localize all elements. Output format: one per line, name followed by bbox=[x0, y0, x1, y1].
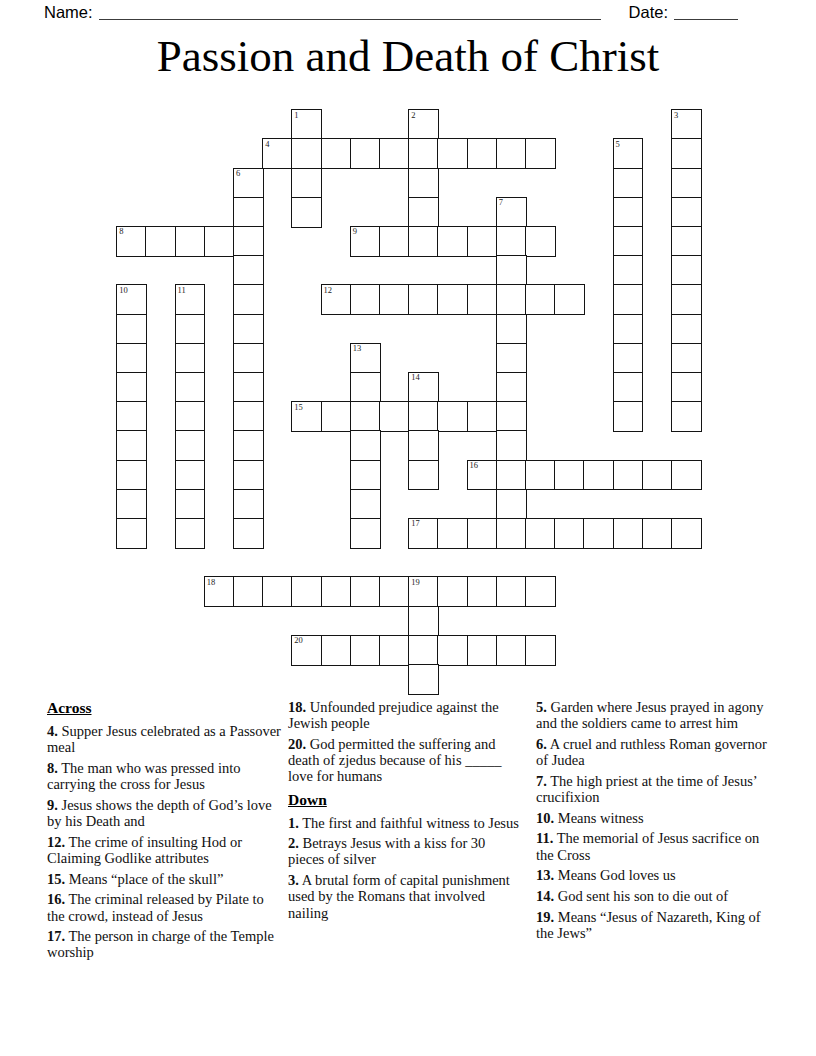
grid-cell-r1c5[interactable]: 4 bbox=[262, 138, 293, 169]
grid-cell-r2c10[interactable] bbox=[408, 168, 439, 199]
grid-cell-r1c19[interactable] bbox=[671, 138, 702, 169]
clue-number-label: 1. bbox=[288, 815, 299, 831]
clue-number-label: 18. bbox=[288, 699, 306, 715]
grid-cell-r14c18[interactable] bbox=[642, 518, 673, 549]
grid-cell-r9c10[interactable]: 14 bbox=[408, 372, 439, 403]
clue-number-label: 7. bbox=[536, 773, 547, 789]
grid-cell-r14c4[interactable] bbox=[233, 518, 264, 549]
grid-cell-r8c2[interactable] bbox=[175, 343, 206, 374]
name-line[interactable] bbox=[99, 4, 601, 20]
grid-cell-r6c12[interactable] bbox=[467, 284, 498, 315]
grid-cell-r4c1[interactable] bbox=[145, 226, 176, 257]
clue-number-label: 10. bbox=[536, 810, 554, 826]
clue-number: 2 bbox=[411, 111, 415, 120]
grid-cell-r4c17[interactable] bbox=[613, 226, 644, 257]
grid-cell-r13c13[interactable] bbox=[496, 489, 527, 520]
grid-cell-r1c17[interactable]: 5 bbox=[613, 138, 644, 169]
grid-cell-r4c10[interactable] bbox=[408, 226, 439, 257]
grid-cell-r6c15[interactable] bbox=[554, 284, 585, 315]
grid-cell-r19c10[interactable] bbox=[408, 664, 439, 695]
date-line[interactable] bbox=[674, 4, 738, 20]
grid-cell-r4c13[interactable] bbox=[496, 226, 527, 257]
clue-number-label: 3. bbox=[288, 872, 299, 888]
grid-cell-r14c2[interactable] bbox=[175, 518, 206, 549]
grid-cell-r14c14[interactable] bbox=[525, 518, 556, 549]
grid-cell-r18c13[interactable] bbox=[496, 635, 527, 666]
clue-number: 8 bbox=[119, 227, 123, 236]
grid-cell-r3c17[interactable] bbox=[613, 197, 644, 228]
grid-cell-r16c11[interactable] bbox=[437, 576, 468, 607]
clue-number: 16 bbox=[470, 461, 479, 470]
grid-cell-r18c6[interactable]: 20 bbox=[291, 635, 322, 666]
grid-cell-r14c12[interactable] bbox=[467, 518, 498, 549]
clue-number: 12 bbox=[324, 286, 333, 295]
clue-number: 3 bbox=[674, 111, 678, 120]
clue-number: 7 bbox=[499, 198, 503, 207]
page-title: Passion and Death of Christ bbox=[0, 30, 816, 82]
clue-number-label: 19. bbox=[536, 909, 554, 925]
clue-down-13: 13. Means God loves us bbox=[536, 867, 774, 883]
grid-cell-r10c10[interactable] bbox=[408, 401, 439, 432]
grid-cell-r10c4[interactable] bbox=[233, 401, 264, 432]
grid-cell-r14c0[interactable] bbox=[116, 518, 147, 549]
clue-number-label: 16. bbox=[47, 891, 65, 907]
clue-number-label: 15. bbox=[47, 871, 65, 887]
grid-cell-r10c2[interactable] bbox=[175, 401, 206, 432]
clue-across-17: 17. The person in charge of the Temple w… bbox=[47, 928, 284, 960]
clues-column-1: Across4. Supper Jesus celebrated as a Pa… bbox=[47, 699, 284, 965]
clue-number: 15 bbox=[294, 403, 303, 412]
clue-number-label: 8. bbox=[47, 760, 58, 776]
clue-across-18: 18. Unfounded prejudice against the Jewi… bbox=[288, 699, 522, 731]
grid-cell-r11c2[interactable] bbox=[175, 430, 206, 461]
grid-cell-r1c6[interactable] bbox=[291, 138, 322, 169]
grid-cell-r11c10[interactable] bbox=[408, 430, 439, 461]
grid-cell-r14c11[interactable] bbox=[437, 518, 468, 549]
clue-number: 11 bbox=[178, 286, 186, 295]
clues-column-3: 5. Garden where Jesus prayed in agony an… bbox=[536, 699, 774, 946]
grid-cell-r4c0[interactable]: 8 bbox=[116, 226, 147, 257]
date-label: Date: bbox=[629, 2, 668, 22]
grid-cell-r1c14[interactable] bbox=[525, 138, 556, 169]
clue-number-label: 2. bbox=[288, 835, 299, 851]
grid-cell-r16c8[interactable] bbox=[350, 576, 381, 607]
grid-cell-r14c16[interactable] bbox=[583, 518, 614, 549]
clue-across-16: 16. The criminal released by Pilate to t… bbox=[47, 891, 284, 923]
grid-cell-r6c13[interactable] bbox=[496, 284, 527, 315]
clue-down-6: 6. A cruel and ruthless Roman governor o… bbox=[536, 736, 774, 768]
grid-cell-r9c2[interactable] bbox=[175, 372, 206, 403]
grid-cell-r18c11[interactable] bbox=[437, 635, 468, 666]
grid-cell-r6c7[interactable]: 12 bbox=[321, 284, 352, 315]
grid-cell-r14c10[interactable]: 17 bbox=[408, 518, 439, 549]
grid-cell-r6c9[interactable] bbox=[379, 284, 410, 315]
clue-number: 13 bbox=[353, 344, 362, 353]
clue-down-10: 10. Means witness bbox=[536, 810, 774, 826]
grid-cell-r14c17[interactable] bbox=[613, 518, 644, 549]
grid-cell-r13c8[interactable] bbox=[350, 489, 381, 520]
clue-number-label: 14. bbox=[536, 888, 554, 904]
grid-cell-r12c19[interactable] bbox=[671, 460, 702, 491]
grid-cell-r5c17[interactable] bbox=[613, 255, 644, 286]
grid-cell-r12c12[interactable]: 16 bbox=[467, 460, 498, 491]
clue-number: 1 bbox=[294, 111, 298, 120]
grid-cell-r4c12[interactable] bbox=[467, 226, 498, 257]
grid-cell-r12c18[interactable] bbox=[642, 460, 673, 491]
grid-cell-r13c2[interactable] bbox=[175, 489, 206, 520]
clue-across-9: 9. Jesus shows the depth of God’s love b… bbox=[47, 797, 284, 829]
clue-number: 14 bbox=[411, 373, 420, 382]
clue-number-label: 12. bbox=[47, 834, 65, 850]
grid-cell-r2c17[interactable] bbox=[613, 168, 644, 199]
grid-cell-r16c12[interactable] bbox=[467, 576, 498, 607]
grid-cell-r16c4[interactable] bbox=[233, 576, 264, 607]
clue-number: 9 bbox=[353, 227, 357, 236]
grid-cell-r18c7[interactable] bbox=[321, 635, 352, 666]
clue-number: 4 bbox=[265, 140, 269, 149]
clue-across-15: 15. Means “place of the skull” bbox=[47, 871, 284, 887]
grid-cell-r16c10[interactable]: 19 bbox=[408, 576, 439, 607]
grid-cell-r8c8[interactable]: 13 bbox=[350, 343, 381, 374]
grid-cell-r0c19[interactable]: 3 bbox=[671, 109, 702, 140]
clues-column-2: 18. Unfounded prejudice against the Jewi… bbox=[288, 699, 522, 925]
grid-cell-r8c19[interactable] bbox=[671, 343, 702, 374]
grid-cell-r1c7[interactable] bbox=[321, 138, 352, 169]
grid-cell-r6c2[interactable]: 11 bbox=[175, 284, 206, 315]
grid-cell-r8c0[interactable] bbox=[116, 343, 147, 374]
grid-cell-r2c19[interactable] bbox=[671, 168, 702, 199]
grid-cell-r18c14[interactable] bbox=[525, 635, 556, 666]
clue-number-label: 13. bbox=[536, 867, 554, 883]
grid-cell-r18c8[interactable] bbox=[350, 635, 381, 666]
grid-cell-r5c13[interactable] bbox=[496, 255, 527, 286]
grid-cell-r1c13[interactable] bbox=[496, 138, 527, 169]
grid-cell-r1c9[interactable] bbox=[379, 138, 410, 169]
grid-cell-r12c10[interactable] bbox=[408, 460, 439, 491]
grid-cell-r14c13[interactable] bbox=[496, 518, 527, 549]
grid-cell-r6c8[interactable] bbox=[350, 284, 381, 315]
clue-number: 10 bbox=[119, 286, 128, 295]
clue-header-across: Across bbox=[47, 699, 284, 717]
grid-cell-r4c2[interactable] bbox=[175, 226, 206, 257]
grid-cell-r4c4[interactable] bbox=[233, 226, 264, 257]
grid-cell-r4c8[interactable]: 9 bbox=[350, 226, 381, 257]
crossword-grid: 1234567891011121314151617181920 bbox=[117, 110, 702, 695]
grid-cell-r4c11[interactable] bbox=[437, 226, 468, 257]
clue-number-label: 9. bbox=[47, 797, 58, 813]
clue-number-label: 5. bbox=[536, 699, 547, 715]
grid-cell-r11c0[interactable] bbox=[116, 430, 147, 461]
grid-cell-r18c12[interactable] bbox=[467, 635, 498, 666]
grid-cell-r6c14[interactable] bbox=[525, 284, 556, 315]
clue-number-label: 11. bbox=[536, 830, 553, 846]
grid-cell-r12c0[interactable] bbox=[116, 460, 147, 491]
grid-cell-r9c4[interactable] bbox=[233, 372, 264, 403]
grid-cell-r12c14[interactable] bbox=[525, 460, 556, 491]
grid-cell-r5c4[interactable] bbox=[233, 255, 264, 286]
grid-cell-r3c4[interactable] bbox=[233, 197, 264, 228]
grid-cell-r1c12[interactable] bbox=[467, 138, 498, 169]
clue-number: 18 bbox=[207, 578, 216, 587]
clue-down-7: 7. The high priest at the time of Jesus’… bbox=[536, 773, 774, 805]
grid-cell-r10c0[interactable] bbox=[116, 401, 147, 432]
grid-cell-r6c10[interactable] bbox=[408, 284, 439, 315]
grid-cell-r7c2[interactable] bbox=[175, 314, 206, 345]
grid-cell-r4c14[interactable] bbox=[525, 226, 556, 257]
clue-across-4: 4. Supper Jesus celebrated as a Passover… bbox=[47, 723, 284, 755]
name-label: Name: bbox=[44, 2, 93, 22]
header-row: Name: Date: bbox=[44, 2, 738, 22]
grid-cell-r9c19[interactable] bbox=[671, 372, 702, 403]
grid-cell-r12c13[interactable] bbox=[496, 460, 527, 491]
grid-cell-r7c13[interactable] bbox=[496, 314, 527, 345]
grid-cell-r5c19[interactable] bbox=[671, 255, 702, 286]
clue-down-1: 1. The first and faithful witness to Jes… bbox=[288, 815, 522, 831]
grid-cell-r12c16[interactable] bbox=[583, 460, 614, 491]
clue-across-12: 12. The crime of insulting Hod or Claimi… bbox=[47, 834, 284, 866]
grid-cell-r4c19[interactable] bbox=[671, 226, 702, 257]
grid-cell-r10c6[interactable]: 15 bbox=[291, 401, 322, 432]
grid-cell-r11c8[interactable] bbox=[350, 430, 381, 461]
grid-cell-r12c4[interactable] bbox=[233, 460, 264, 491]
clue-number: 6 bbox=[236, 169, 240, 178]
grid-cell-r0c10[interactable]: 2 bbox=[408, 109, 439, 140]
grid-cell-r16c7[interactable] bbox=[321, 576, 352, 607]
grid-cell-r3c10[interactable] bbox=[408, 197, 439, 228]
grid-cell-r10c12[interactable] bbox=[467, 401, 498, 432]
grid-cell-r9c8[interactable] bbox=[350, 372, 381, 403]
grid-cell-r11c13[interactable] bbox=[496, 430, 527, 461]
clue-across-8: 8. The man who was pressed into carrying… bbox=[47, 760, 284, 792]
grid-cell-r8c13[interactable] bbox=[496, 343, 527, 374]
grid-cell-r9c17[interactable] bbox=[613, 372, 644, 403]
clue-number: 5 bbox=[616, 140, 620, 149]
grid-cell-r14c19[interactable] bbox=[671, 518, 702, 549]
grid-cell-r14c8[interactable] bbox=[350, 518, 381, 549]
grid-cell-r7c0[interactable] bbox=[116, 314, 147, 345]
grid-cell-r2c6[interactable] bbox=[291, 168, 322, 199]
clue-number-label: 4. bbox=[47, 723, 58, 739]
grid-cell-r13c0[interactable] bbox=[116, 489, 147, 520]
grid-cell-r10c19[interactable] bbox=[671, 401, 702, 432]
grid-cell-r10c7[interactable] bbox=[321, 401, 352, 432]
clue-number: 20 bbox=[294, 636, 303, 645]
grid-cell-r1c8[interactable] bbox=[350, 138, 381, 169]
grid-cell-r4c3[interactable] bbox=[204, 226, 235, 257]
grid-cell-r12c8[interactable] bbox=[350, 460, 381, 491]
clue-down-2: 2. Betrays Jesus with a kiss for 30 piec… bbox=[288, 835, 522, 867]
grid-cell-r1c10[interactable] bbox=[408, 138, 439, 169]
grid-cell-r12c17[interactable] bbox=[613, 460, 644, 491]
clue-number: 17 bbox=[411, 519, 420, 528]
grid-cell-r8c4[interactable] bbox=[233, 343, 264, 374]
grid-cell-r16c5[interactable] bbox=[262, 576, 293, 607]
clue-number-label: 6. bbox=[536, 736, 547, 752]
worksheet-page: Name: Date: Passion and Death of Christ … bbox=[0, 0, 816, 1056]
grid-cell-r16c9[interactable] bbox=[379, 576, 410, 607]
grid-cell-r7c4[interactable] bbox=[233, 314, 264, 345]
grid-cell-r10c17[interactable] bbox=[613, 401, 644, 432]
grid-cell-r18c9[interactable] bbox=[379, 635, 410, 666]
grid-cell-r7c19[interactable] bbox=[671, 314, 702, 345]
grid-cell-r13c4[interactable] bbox=[233, 489, 264, 520]
grid-cell-r10c9[interactable] bbox=[379, 401, 410, 432]
clue-across-20: 20. God permitted the suffering and deat… bbox=[288, 736, 522, 785]
clue-down-11: 11. The memorial of Jesus sacrifice on t… bbox=[536, 830, 774, 862]
grid-cell-r16c6[interactable] bbox=[291, 576, 322, 607]
grid-cell-r3c13[interactable]: 7 bbox=[496, 197, 527, 228]
grid-cell-r9c0[interactable] bbox=[116, 372, 147, 403]
grid-cell-r1c11[interactable] bbox=[437, 138, 468, 169]
grid-cell-r12c2[interactable] bbox=[175, 460, 206, 491]
grid-cell-r9c13[interactable] bbox=[496, 372, 527, 403]
grid-cell-r6c17[interactable] bbox=[613, 284, 644, 315]
grid-cell-r6c0[interactable]: 10 bbox=[116, 284, 147, 315]
grid-cell-r10c13[interactable] bbox=[496, 401, 527, 432]
grid-cell-r14c15[interactable] bbox=[554, 518, 585, 549]
grid-cell-r4c9[interactable] bbox=[379, 226, 410, 257]
grid-cell-r2c4[interactable]: 6 bbox=[233, 168, 264, 199]
clue-header-down: Down bbox=[288, 791, 522, 809]
grid-cell-r10c11[interactable] bbox=[437, 401, 468, 432]
clue-number-label: 17. bbox=[47, 928, 65, 944]
grid-cell-r18c10[interactable] bbox=[408, 635, 439, 666]
grid-cell-r10c8[interactable] bbox=[350, 401, 381, 432]
grid-cell-r7c17[interactable] bbox=[613, 314, 644, 345]
grid-cell-r6c4[interactable] bbox=[233, 284, 264, 315]
grid-cell-r6c19[interactable] bbox=[671, 284, 702, 315]
grid-cell-r11c4[interactable] bbox=[233, 430, 264, 461]
clue-down-3: 3. A brutal form of capital punishment u… bbox=[288, 872, 522, 921]
clue-down-5: 5. Garden where Jesus prayed in agony an… bbox=[536, 699, 774, 731]
grid-cell-r16c14[interactable] bbox=[525, 576, 556, 607]
grid-cell-r16c3[interactable]: 18 bbox=[204, 576, 235, 607]
grid-cell-r0c6[interactable]: 1 bbox=[291, 109, 322, 140]
grid-cell-r3c19[interactable] bbox=[671, 197, 702, 228]
grid-cell-r3c6[interactable] bbox=[291, 197, 322, 228]
grid-cell-r8c17[interactable] bbox=[613, 343, 644, 374]
clue-down-14: 14. God sent his son to die out of bbox=[536, 888, 774, 904]
grid-cell-r6c11[interactable] bbox=[437, 284, 468, 315]
grid-cell-r12c15[interactable] bbox=[554, 460, 585, 491]
clue-down-19: 19. Means “Jesus of Nazareth, King of th… bbox=[536, 909, 774, 941]
clue-number-label: 20. bbox=[288, 736, 306, 752]
grid-cell-r17c10[interactable] bbox=[408, 606, 439, 637]
grid-cell-r16c13[interactable] bbox=[496, 576, 527, 607]
clue-number: 19 bbox=[411, 578, 420, 587]
